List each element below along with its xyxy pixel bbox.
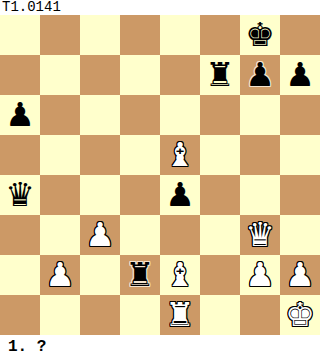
- white-bishop-piece: ♝: [165, 135, 195, 175]
- square-b2[interactable]: ♟: [40, 255, 80, 295]
- square-b7[interactable]: [40, 55, 80, 95]
- move-prompt: 1. ?: [0, 338, 320, 356]
- square-c1[interactable]: [80, 295, 120, 335]
- white-pawn-piece: ♟: [245, 255, 275, 295]
- square-a5[interactable]: [0, 135, 40, 175]
- puzzle-title: T1.0141: [0, 0, 320, 15]
- black-pawn-piece: ♟: [165, 175, 195, 215]
- square-c6[interactable]: [80, 95, 120, 135]
- square-c4[interactable]: [80, 175, 120, 215]
- white-king-piece: ♚: [285, 295, 315, 335]
- square-h5[interactable]: [280, 135, 320, 175]
- square-g8[interactable]: ♚: [240, 15, 280, 55]
- black-pawn-piece: ♟: [245, 55, 275, 95]
- square-e8[interactable]: [160, 15, 200, 55]
- square-h3[interactable]: [280, 215, 320, 255]
- square-f8[interactable]: [200, 15, 240, 55]
- white-rook-piece: ♜: [165, 295, 195, 335]
- square-e5[interactable]: ♝: [160, 135, 200, 175]
- square-d1[interactable]: [120, 295, 160, 335]
- square-b8[interactable]: [40, 15, 80, 55]
- square-d8[interactable]: [120, 15, 160, 55]
- square-c3[interactable]: ♟: [80, 215, 120, 255]
- square-h2[interactable]: ♟: [280, 255, 320, 295]
- square-a4[interactable]: ♛: [0, 175, 40, 215]
- square-d6[interactable]: [120, 95, 160, 135]
- square-d5[interactable]: [120, 135, 160, 175]
- square-h4[interactable]: [280, 175, 320, 215]
- square-h7[interactable]: ♟: [280, 55, 320, 95]
- black-pawn-piece: ♟: [5, 95, 35, 135]
- square-g1[interactable]: [240, 295, 280, 335]
- white-bishop-piece: ♝: [165, 255, 195, 295]
- square-f4[interactable]: [200, 175, 240, 215]
- black-rook-piece: ♜: [205, 55, 235, 95]
- square-d4[interactable]: [120, 175, 160, 215]
- square-g4[interactable]: [240, 175, 280, 215]
- square-e1[interactable]: ♜: [160, 295, 200, 335]
- square-b1[interactable]: [40, 295, 80, 335]
- square-d2[interactable]: ♜: [120, 255, 160, 295]
- square-d7[interactable]: [120, 55, 160, 95]
- square-a8[interactable]: [0, 15, 40, 55]
- square-f5[interactable]: [200, 135, 240, 175]
- black-rook-piece: ♜: [125, 255, 155, 295]
- square-c7[interactable]: [80, 55, 120, 95]
- square-e6[interactable]: [160, 95, 200, 135]
- black-king-piece: ♚: [245, 15, 275, 55]
- square-e2[interactable]: ♝: [160, 255, 200, 295]
- square-b3[interactable]: [40, 215, 80, 255]
- square-e7[interactable]: [160, 55, 200, 95]
- square-a3[interactable]: [0, 215, 40, 255]
- square-a6[interactable]: ♟: [0, 95, 40, 135]
- square-b5[interactable]: [40, 135, 80, 175]
- white-pawn-piece: ♟: [285, 255, 315, 295]
- square-d3[interactable]: [120, 215, 160, 255]
- square-f2[interactable]: [200, 255, 240, 295]
- square-g3[interactable]: ♛: [240, 215, 280, 255]
- black-queen-piece: ♛: [5, 175, 35, 215]
- square-a7[interactable]: [0, 55, 40, 95]
- square-h6[interactable]: [280, 95, 320, 135]
- square-c5[interactable]: [80, 135, 120, 175]
- square-e4[interactable]: ♟: [160, 175, 200, 215]
- square-g6[interactable]: [240, 95, 280, 135]
- square-g5[interactable]: [240, 135, 280, 175]
- square-h1[interactable]: ♚: [280, 295, 320, 335]
- square-f6[interactable]: [200, 95, 240, 135]
- square-f1[interactable]: [200, 295, 240, 335]
- square-f3[interactable]: [200, 215, 240, 255]
- square-a2[interactable]: [0, 255, 40, 295]
- square-c2[interactable]: [80, 255, 120, 295]
- square-g2[interactable]: ♟: [240, 255, 280, 295]
- chess-board: ♚♜♟♟♟♝♛♟♟♛♟♜♝♟♟♜♚: [0, 15, 320, 335]
- square-c8[interactable]: [80, 15, 120, 55]
- square-f7[interactable]: ♜: [200, 55, 240, 95]
- square-b6[interactable]: [40, 95, 80, 135]
- black-pawn-piece: ♟: [285, 55, 315, 95]
- white-pawn-piece: ♟: [45, 255, 75, 295]
- square-g7[interactable]: ♟: [240, 55, 280, 95]
- white-pawn-piece: ♟: [85, 215, 115, 255]
- square-h8[interactable]: [280, 15, 320, 55]
- white-queen-piece: ♛: [245, 215, 275, 255]
- square-b4[interactable]: [40, 175, 80, 215]
- square-e3[interactable]: [160, 215, 200, 255]
- square-a1[interactable]: [0, 295, 40, 335]
